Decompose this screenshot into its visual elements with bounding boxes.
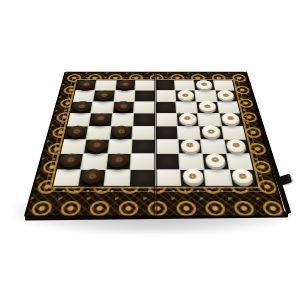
white-checker: ❁ <box>177 90 194 100</box>
white-checker: ❁ <box>201 126 221 138</box>
product-photo-scene: ❁❁❁❁❁❁❁❁❁❁❁❁❁❁❁❁❁❁❁❁❁❁❁❁ <box>0 0 300 300</box>
square-r4c1 <box>67 114 90 126</box>
white-checker: ❁ <box>182 169 203 184</box>
white-checker: ❁ <box>205 154 226 168</box>
square-r1c7: ❁ <box>194 80 214 90</box>
checker-ornament-icon: ❁ <box>182 93 189 98</box>
square-r2c8: ❁ <box>215 91 237 101</box>
checker-ornament-icon: ❁ <box>122 82 129 87</box>
checker-ornament-icon: ❁ <box>238 173 248 180</box>
black-checker: ❁ <box>112 126 131 138</box>
square-r7c2 <box>82 154 107 169</box>
black-checker: ❁ <box>115 101 133 111</box>
square-r7c3: ❁ <box>106 154 130 169</box>
square-r2c3 <box>114 91 134 101</box>
square-r3c2 <box>92 102 114 113</box>
square-r7c5 <box>156 154 180 169</box>
square-r5c6 <box>178 126 201 139</box>
square-r1c4 <box>135 80 154 90</box>
square-r2c4 <box>135 91 155 101</box>
checkers-board: ❁❁❁❁❁❁❁❁❁❁❁❁❁❁❁❁❁❁❁❁❁❁❁❁ <box>24 72 287 217</box>
square-r1c5 <box>155 80 174 90</box>
square-r6c7 <box>201 140 225 154</box>
white-checker: ❁ <box>178 113 196 124</box>
checker-ornament-icon: ❁ <box>93 142 102 148</box>
white-checker: ❁ <box>221 113 241 124</box>
square-r7c1: ❁ <box>57 154 83 169</box>
checker-ornament-icon: ❁ <box>211 157 220 164</box>
checker-ornament-icon: ❁ <box>82 82 90 87</box>
square-r4c5 <box>155 114 176 126</box>
square-r8c2: ❁ <box>79 170 105 186</box>
white-checker: ❁ <box>198 101 216 111</box>
square-r5c1: ❁ <box>64 126 88 139</box>
checker-ornament-icon: ❁ <box>186 142 194 148</box>
black-checker: ❁ <box>95 90 113 100</box>
square-r3c4 <box>134 102 154 113</box>
square-r4c6: ❁ <box>177 114 199 126</box>
square-r3c8 <box>217 102 239 113</box>
square-r1c3: ❁ <box>115 80 135 90</box>
square-r5c4 <box>133 126 155 139</box>
square-r8c8: ❁ <box>230 170 257 186</box>
square-r6c2: ❁ <box>84 140 108 154</box>
checker-ornament-icon: ❁ <box>101 93 109 98</box>
white-checker: ❁ <box>217 90 235 100</box>
square-r2c7 <box>195 91 216 101</box>
square-r4c3 <box>111 114 133 126</box>
ornamental-frame: ❁❁❁❁❁❁❁❁❁❁❁❁❁❁❁❁❁❁❁❁❁❁❁❁ <box>24 72 287 217</box>
square-r8c1 <box>53 170 80 186</box>
checker-ornament-icon: ❁ <box>114 157 123 164</box>
square-r8c3 <box>104 170 129 186</box>
square-r5c8 <box>222 126 246 139</box>
checker-ornament-icon: ❁ <box>207 129 215 135</box>
square-r4c2: ❁ <box>89 114 111 126</box>
square-r6c3 <box>108 140 131 154</box>
checker-ornament-icon: ❁ <box>117 129 125 135</box>
square-r6c4 <box>132 140 155 154</box>
white-checker: ❁ <box>180 139 200 152</box>
checker-ornament-icon: ❁ <box>232 142 241 148</box>
white-checker: ❁ <box>196 80 213 89</box>
checker-ornament-icon: ❁ <box>188 173 197 180</box>
checker-ornament-icon: ❁ <box>222 93 230 98</box>
square-r1c8 <box>214 80 235 90</box>
black-checker: ❁ <box>117 80 134 89</box>
black-checker: ❁ <box>59 154 81 168</box>
square-r1c2 <box>96 80 116 90</box>
checker-ornament-icon: ❁ <box>66 157 76 164</box>
square-r1c1: ❁ <box>76 80 97 90</box>
square-r8c4 <box>130 170 154 186</box>
square-r6c5 <box>156 140 179 154</box>
square-r8c7 <box>205 170 231 186</box>
square-r3c6 <box>176 102 197 113</box>
square-r7c8 <box>227 154 253 169</box>
black-checker: ❁ <box>66 126 86 138</box>
white-checker: ❁ <box>226 139 247 152</box>
checker-ornament-icon: ❁ <box>184 116 192 122</box>
square-r2c1 <box>73 91 95 101</box>
square-r8c6: ❁ <box>180 170 205 186</box>
checker-ornament-icon: ❁ <box>203 104 211 109</box>
square-r4c7 <box>198 114 220 126</box>
square-r7c4 <box>131 154 155 169</box>
black-checker: ❁ <box>108 154 129 168</box>
square-r5c2 <box>87 126 110 139</box>
checker-ornament-icon: ❁ <box>78 104 86 109</box>
square-r6c6: ❁ <box>178 140 201 154</box>
square-r5c5 <box>155 126 177 139</box>
square-r8c5 <box>156 170 180 186</box>
checker-ornament-icon: ❁ <box>97 116 105 122</box>
checker-ornament-icon: ❁ <box>88 173 98 180</box>
square-r6c1 <box>61 140 86 154</box>
square-r4c8: ❁ <box>220 114 243 126</box>
black-checker: ❁ <box>81 169 103 184</box>
fold-seam <box>153 72 157 216</box>
checker-ornament-icon: ❁ <box>227 116 235 122</box>
square-r1c6 <box>175 80 195 90</box>
white-checker: ❁ <box>231 169 254 184</box>
square-r2c5 <box>155 91 175 101</box>
black-checker: ❁ <box>91 113 110 124</box>
square-r2c6: ❁ <box>175 91 195 101</box>
square-r7c7: ❁ <box>203 154 228 169</box>
hinge-latch-right <box>279 174 292 186</box>
square-r3c1: ❁ <box>70 102 92 113</box>
square-r5c7: ❁ <box>200 126 223 139</box>
square-r6c8: ❁ <box>224 140 249 154</box>
checker-ornament-icon: ❁ <box>120 104 128 109</box>
checker-ornament-icon: ❁ <box>72 129 81 135</box>
black-checker: ❁ <box>77 80 95 89</box>
checker-ornament-icon: ❁ <box>200 82 207 87</box>
black-checker: ❁ <box>72 101 91 111</box>
square-r2c2: ❁ <box>94 91 115 101</box>
square-r4c4 <box>133 114 154 126</box>
square-r7c6 <box>179 154 203 169</box>
square-r5c3: ❁ <box>110 126 133 139</box>
square-r3c7: ❁ <box>197 102 219 113</box>
black-checker: ❁ <box>87 139 108 152</box>
square-r3c3: ❁ <box>113 102 134 113</box>
square-r3c5 <box>155 102 175 113</box>
